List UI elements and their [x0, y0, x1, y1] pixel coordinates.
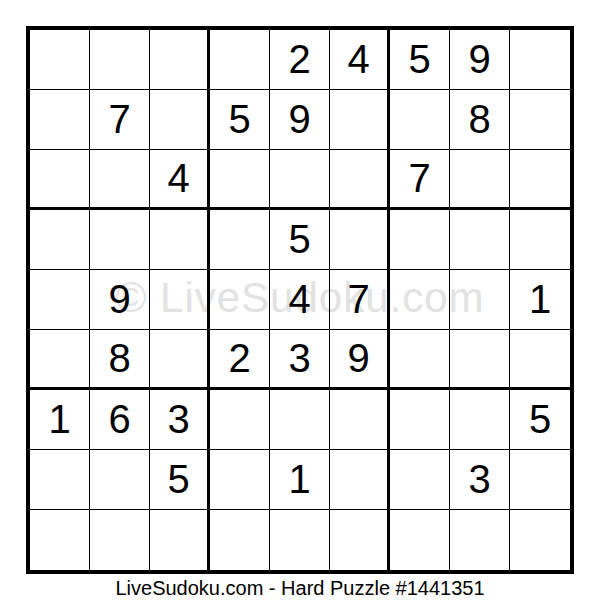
- sudoku-cell[interactable]: 9: [270, 90, 330, 150]
- sudoku-cell[interactable]: 4: [150, 150, 210, 210]
- sudoku-cell[interactable]: [390, 90, 450, 150]
- sudoku-cell[interactable]: [510, 150, 570, 210]
- sudoku-cell[interactable]: [30, 30, 90, 90]
- sudoku-cell[interactable]: 8: [450, 90, 510, 150]
- sudoku-cell[interactable]: [210, 30, 270, 90]
- sudoku-cell[interactable]: [510, 330, 570, 390]
- sudoku-cell[interactable]: [150, 270, 210, 330]
- sudoku-cell[interactable]: [150, 330, 210, 390]
- sudoku-cell[interactable]: 7: [390, 150, 450, 210]
- sudoku-cell[interactable]: [450, 510, 510, 570]
- sudoku-cell[interactable]: 7: [330, 270, 390, 330]
- sudoku-cell[interactable]: 5: [270, 210, 330, 270]
- sudoku-cell[interactable]: [150, 90, 210, 150]
- sudoku-cell[interactable]: [270, 510, 330, 570]
- sudoku-cell[interactable]: [330, 210, 390, 270]
- sudoku-cell[interactable]: [330, 510, 390, 570]
- sudoku-board: © LiveSudoku.com 24597598475947182391635…: [26, 26, 574, 574]
- sudoku-cell[interactable]: 3: [450, 450, 510, 510]
- sudoku-cell[interactable]: 2: [210, 330, 270, 390]
- caption: LiveSudoku.com - Hard Puzzle #1441351: [0, 577, 600, 600]
- sudoku-cell[interactable]: [30, 270, 90, 330]
- sudoku-cell[interactable]: [450, 270, 510, 330]
- sudoku-cell[interactable]: [90, 30, 150, 90]
- sudoku-cell[interactable]: [90, 210, 150, 270]
- sudoku-cell[interactable]: [150, 510, 210, 570]
- sudoku-cell[interactable]: [390, 510, 450, 570]
- sudoku-cell[interactable]: [330, 150, 390, 210]
- sudoku-cell[interactable]: [210, 150, 270, 210]
- sudoku-cell[interactable]: [270, 150, 330, 210]
- sudoku-cell[interactable]: 5: [150, 450, 210, 510]
- sudoku-cell[interactable]: 9: [90, 270, 150, 330]
- sudoku-cell[interactable]: 5: [390, 30, 450, 90]
- sudoku-cell[interactable]: 5: [210, 90, 270, 150]
- sudoku-cell[interactable]: [150, 210, 210, 270]
- sudoku-cell[interactable]: [450, 150, 510, 210]
- sudoku-cell[interactable]: [450, 330, 510, 390]
- sudoku-cell[interactable]: 6: [90, 390, 150, 450]
- sudoku-cell[interactable]: 1: [30, 390, 90, 450]
- sudoku-cell[interactable]: [330, 390, 390, 450]
- sudoku-cell[interactable]: [90, 510, 150, 570]
- sudoku-cell[interactable]: [30, 330, 90, 390]
- sudoku-cell[interactable]: [30, 210, 90, 270]
- sudoku-cell[interactable]: 2: [270, 30, 330, 90]
- sudoku-cell[interactable]: [210, 450, 270, 510]
- sudoku-cell[interactable]: [510, 90, 570, 150]
- sudoku-cell[interactable]: [30, 510, 90, 570]
- sudoku-cell[interactable]: [510, 210, 570, 270]
- sudoku-cell[interactable]: [510, 30, 570, 90]
- sudoku-cell[interactable]: 9: [450, 30, 510, 90]
- page: © LiveSudoku.com 24597598475947182391635…: [0, 0, 600, 615]
- sudoku-cell[interactable]: 9: [330, 330, 390, 390]
- sudoku-grid: 24597598475947182391635513: [30, 30, 570, 570]
- sudoku-cell[interactable]: [390, 390, 450, 450]
- sudoku-cell[interactable]: [510, 510, 570, 570]
- sudoku-cell[interactable]: [210, 270, 270, 330]
- sudoku-cell[interactable]: [210, 510, 270, 570]
- sudoku-cell[interactable]: [450, 390, 510, 450]
- sudoku-cell[interactable]: [210, 210, 270, 270]
- sudoku-cell[interactable]: [210, 390, 270, 450]
- sudoku-cell[interactable]: [270, 390, 330, 450]
- sudoku-cell[interactable]: 3: [270, 330, 330, 390]
- sudoku-cell[interactable]: [30, 90, 90, 150]
- sudoku-cell[interactable]: 5: [510, 390, 570, 450]
- sudoku-cell[interactable]: [330, 450, 390, 510]
- sudoku-cell[interactable]: [390, 450, 450, 510]
- sudoku-cell[interactable]: 1: [510, 270, 570, 330]
- sudoku-cell[interactable]: 7: [90, 90, 150, 150]
- sudoku-cell[interactable]: [30, 450, 90, 510]
- sudoku-cell[interactable]: [330, 90, 390, 150]
- sudoku-cell[interactable]: 1: [270, 450, 330, 510]
- sudoku-cell[interactable]: 4: [330, 30, 390, 90]
- sudoku-cell[interactable]: [90, 150, 150, 210]
- sudoku-cell[interactable]: [150, 30, 210, 90]
- sudoku-cell[interactable]: 8: [90, 330, 150, 390]
- sudoku-cell[interactable]: [390, 210, 450, 270]
- sudoku-cell[interactable]: [390, 270, 450, 330]
- sudoku-cell[interactable]: [510, 450, 570, 510]
- sudoku-cell[interactable]: [90, 450, 150, 510]
- sudoku-cell[interactable]: [390, 330, 450, 390]
- sudoku-cell[interactable]: 3: [150, 390, 210, 450]
- sudoku-cell[interactable]: 4: [270, 270, 330, 330]
- sudoku-cell[interactable]: [450, 210, 510, 270]
- sudoku-cell[interactable]: [30, 150, 90, 210]
